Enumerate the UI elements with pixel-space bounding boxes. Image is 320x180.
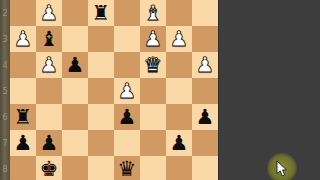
square-h7[interactable]: ♟: [10, 130, 36, 156]
square-d3[interactable]: [114, 26, 140, 52]
square-h8[interactable]: [10, 156, 36, 180]
square-f6[interactable]: [62, 104, 88, 130]
black-pawn-g7: ♟: [40, 133, 59, 154]
square-d7[interactable]: [114, 130, 140, 156]
square-d4[interactable]: [114, 52, 140, 78]
rank-label-strip: 2345678: [0, 0, 10, 180]
square-h3[interactable]: ♟: [10, 26, 36, 52]
black-pawn-h7: ♟: [14, 133, 33, 154]
square-b4[interactable]: [166, 52, 192, 78]
square-f2[interactable]: [62, 0, 88, 26]
square-f3[interactable]: [62, 26, 88, 52]
square-f7[interactable]: [62, 130, 88, 156]
square-c6[interactable]: [140, 104, 166, 130]
square-d8[interactable]: ♛: [114, 156, 140, 180]
square-c3[interactable]: ♟: [140, 26, 166, 52]
square-e3[interactable]: [88, 26, 114, 52]
square-h4[interactable]: [10, 52, 36, 78]
square-a6[interactable]: ♟: [192, 104, 218, 130]
white-pawn-c3: ♟: [144, 29, 163, 50]
square-b5[interactable]: [166, 78, 192, 104]
square-d6[interactable]: ♟: [114, 104, 140, 130]
square-b6[interactable]: [166, 104, 192, 130]
white-pawn-b3: ♟: [170, 29, 189, 50]
square-f4[interactable]: ♟: [62, 52, 88, 78]
rank-label-2: 2: [0, 0, 10, 26]
square-b3[interactable]: ♟: [166, 26, 192, 52]
white-pawn-h3: ♟: [14, 29, 33, 50]
white-pawn-g2: ♟: [40, 3, 59, 24]
black-pawn-b7: ♟: [170, 133, 189, 154]
square-h2[interactable]: [10, 0, 36, 26]
square-h6[interactable]: ♜: [10, 104, 36, 130]
black-bishop-g3: ♝: [40, 29, 59, 50]
square-c8[interactable]: [140, 156, 166, 180]
square-f8[interactable]: [62, 156, 88, 180]
square-a3[interactable]: [192, 26, 218, 52]
square-a4[interactable]: ♟: [192, 52, 218, 78]
rank-label-7: 7: [0, 130, 10, 156]
square-g5[interactable]: [36, 78, 62, 104]
black-pawn-d6: ♟: [118, 107, 137, 128]
square-g4[interactable]: ♟: [36, 52, 62, 78]
mouse-cursor-icon: [276, 160, 288, 178]
square-e8[interactable]: [88, 156, 114, 180]
square-d2[interactable]: [114, 0, 140, 26]
black-rook-h6: ♜: [14, 107, 33, 128]
square-g6[interactable]: [36, 104, 62, 130]
square-e4[interactable]: [88, 52, 114, 78]
desktop-background: 2345678 ♟♜♝♟♝♟♟♟♟♛♟♟♜♟♟♟♟♟♚♛: [0, 0, 320, 180]
square-d5[interactable]: ♟: [114, 78, 140, 104]
square-e6[interactable]: [88, 104, 114, 130]
rank-label-3: 3: [0, 26, 10, 52]
square-a5[interactable]: [192, 78, 218, 104]
square-c2[interactable]: ♝: [140, 0, 166, 26]
square-a8[interactable]: [192, 156, 218, 180]
square-f5[interactable]: [62, 78, 88, 104]
square-a7[interactable]: [192, 130, 218, 156]
chess-board[interactable]: ♟♜♝♟♝♟♟♟♟♛♟♟♜♟♟♟♟♟♚♛: [10, 0, 218, 180]
rank-label-6: 6: [0, 104, 10, 130]
square-c4[interactable]: ♛: [140, 52, 166, 78]
square-e2[interactable]: ♜: [88, 0, 114, 26]
white-pawn-d5: ♟: [118, 81, 137, 102]
black-pawn-a6: ♟: [196, 107, 215, 128]
black-pawn-f4: ♟: [66, 55, 85, 76]
square-c5[interactable]: [140, 78, 166, 104]
square-g7[interactable]: ♟: [36, 130, 62, 156]
square-a2[interactable]: [192, 0, 218, 26]
rank-label-5: 5: [0, 78, 10, 104]
square-g2[interactable]: ♟: [36, 0, 62, 26]
white-queen-c4: ♛: [144, 55, 163, 76]
white-bishop-c2: ♝: [144, 3, 163, 24]
rank-label-4: 4: [0, 52, 10, 78]
square-b8[interactable]: [166, 156, 192, 180]
white-pawn-a4: ♟: [196, 55, 215, 76]
white-pawn-g4: ♟: [40, 55, 59, 76]
black-queen-d8: ♛: [118, 159, 137, 180]
square-g8[interactable]: ♚: [36, 156, 62, 180]
square-b2[interactable]: [166, 0, 192, 26]
square-b7[interactable]: ♟: [166, 130, 192, 156]
square-h5[interactable]: [10, 78, 36, 104]
square-g3[interactable]: ♝: [36, 26, 62, 52]
black-king-g8: ♚: [40, 159, 59, 180]
square-e7[interactable]: [88, 130, 114, 156]
black-rook-e2: ♜: [92, 3, 111, 24]
square-e5[interactable]: [88, 78, 114, 104]
square-c7[interactable]: [140, 130, 166, 156]
rank-label-8: 8: [0, 156, 10, 180]
